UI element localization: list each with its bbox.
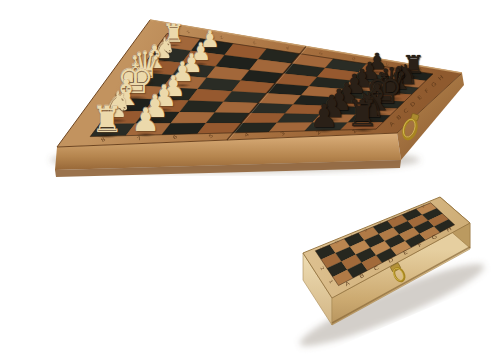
chess-boards-svg: ABCDEFGHHGFEDCBA218765432112345678ABCDEF… (0, 0, 500, 354)
product-photo-scene: ABCDEFGHHGFEDCBA218765432112345678ABCDEF… (0, 0, 500, 354)
